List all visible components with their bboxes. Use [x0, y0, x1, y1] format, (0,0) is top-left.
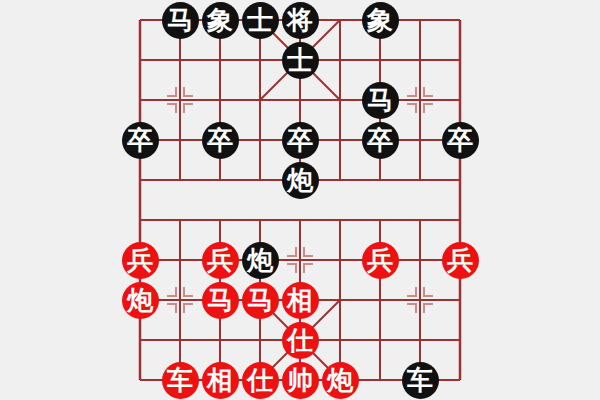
piece-black-soldier[interactable]: 卒 — [202, 122, 239, 159]
piece-black-advisor[interactable]: 士 — [242, 2, 279, 39]
piece-black-soldier[interactable]: 卒 — [282, 122, 319, 159]
piece-red-cannon[interactable]: 炮 — [322, 362, 359, 399]
piece-black-general[interactable]: 将 — [282, 2, 319, 39]
piece-black-soldier[interactable]: 卒 — [122, 122, 159, 159]
piece-black-elephant[interactable]: 象 — [202, 2, 239, 39]
xiangqi-screenshot: 马象士将象士马卒卒卒卒卒炮兵兵炮兵兵炮马马相仕车相仕帅炮车 — [0, 0, 600, 400]
piece-black-elephant[interactable]: 象 — [362, 2, 399, 39]
piece-red-horse[interactable]: 马 — [242, 282, 279, 319]
piece-black-soldier[interactable]: 卒 — [442, 122, 479, 159]
piece-red-chariot[interactable]: 车 — [162, 362, 199, 399]
piece-black-horse[interactable]: 马 — [162, 2, 199, 39]
piece-red-soldier[interactable]: 兵 — [442, 242, 479, 279]
piece-red-advisor[interactable]: 仕 — [242, 362, 279, 399]
piece-red-horse[interactable]: 马 — [202, 282, 239, 319]
piece-black-advisor[interactable]: 士 — [282, 42, 319, 79]
piece-red-soldier[interactable]: 兵 — [202, 242, 239, 279]
piece-red-cannon[interactable]: 炮 — [122, 282, 159, 319]
piece-black-cannon[interactable]: 炮 — [282, 162, 319, 199]
piece-black-cannon[interactable]: 炮 — [242, 242, 279, 279]
board[interactable]: 马象士将象士马卒卒卒卒卒炮兵兵炮兵兵炮马马相仕车相仕帅炮车 — [120, 0, 480, 400]
piece-red-advisor[interactable]: 仕 — [282, 322, 319, 359]
piece-red-elephant[interactable]: 相 — [202, 362, 239, 399]
piece-red-elephant[interactable]: 相 — [282, 282, 319, 319]
piece-red-soldier[interactable]: 兵 — [362, 242, 399, 279]
piece-red-general[interactable]: 帅 — [282, 362, 319, 399]
piece-black-horse[interactable]: 马 — [362, 82, 399, 119]
piece-black-chariot[interactable]: 车 — [402, 362, 439, 399]
piece-red-soldier[interactable]: 兵 — [122, 242, 159, 279]
piece-black-soldier[interactable]: 卒 — [362, 122, 399, 159]
